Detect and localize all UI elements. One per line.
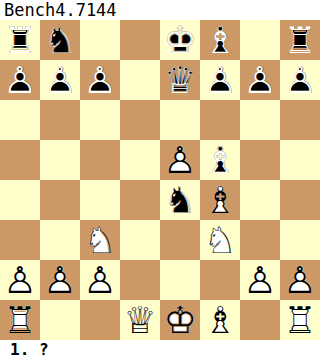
piece-white-pawn-icon: ♙	[40, 260, 80, 300]
piece-black-bishop-fill: ♝	[200, 20, 240, 60]
square-g7[interactable]: ♟♙	[240, 60, 280, 100]
square-h7[interactable]: ♟♙	[280, 60, 320, 100]
piece-black-bishop-fill: ♝	[200, 140, 240, 180]
square-d6[interactable]	[120, 100, 160, 140]
square-d5[interactable]	[120, 140, 160, 180]
piece-black-knight-fill: ♞	[40, 20, 80, 60]
piece-black-pawn-icon: ♙	[200, 60, 240, 100]
chess-board: ♜♖♞♘♚♔♝♗♜♖♟♙♟♙♟♙♛♕♟♙♟♙♟♙♟♙♝♗♞♘♝♗♞♘♞♘♟♙♟♙…	[0, 20, 320, 340]
square-f8[interactable]: ♝♗	[200, 20, 240, 60]
square-d8[interactable]	[120, 20, 160, 60]
square-e4[interactable]: ♞♘	[160, 180, 200, 220]
piece-white-pawn-fill: ♟	[80, 260, 120, 300]
square-a2[interactable]: ♟♙	[0, 260, 40, 300]
piece-black-bishop-icon: ♗	[200, 140, 240, 180]
square-f3[interactable]: ♞♘	[200, 220, 240, 260]
piece-black-pawn-fill: ♟	[40, 60, 80, 100]
piece-black-pawn-fill: ♟	[240, 60, 280, 100]
square-h1[interactable]: ♜♖	[280, 300, 320, 340]
piece-white-pawn-icon: ♙	[160, 140, 200, 180]
piece-white-queen-icon: ♕	[120, 300, 160, 340]
piece-black-pawn-icon: ♙	[40, 60, 80, 100]
square-d7[interactable]	[120, 60, 160, 100]
square-f4[interactable]: ♝♗	[200, 180, 240, 220]
piece-black-rook-fill: ♜	[0, 20, 40, 60]
piece-white-pawn-fill: ♟	[240, 260, 280, 300]
square-h8[interactable]: ♜♖	[280, 20, 320, 60]
square-h3[interactable]	[280, 220, 320, 260]
square-f2[interactable]	[200, 260, 240, 300]
square-a3[interactable]	[0, 220, 40, 260]
square-e7[interactable]: ♛♕	[160, 60, 200, 100]
piece-white-knight-fill: ♞	[80, 220, 120, 260]
piece-black-pawn-fill: ♟	[0, 60, 40, 100]
piece-black-king-icon: ♔	[160, 20, 200, 60]
square-c2[interactable]: ♟♙	[80, 260, 120, 300]
piece-white-bishop-icon: ♗	[200, 180, 240, 220]
piece-white-pawn-fill: ♟	[280, 260, 320, 300]
piece-black-rook-icon: ♖	[280, 20, 320, 60]
square-a5[interactable]	[0, 140, 40, 180]
square-d2[interactable]	[120, 260, 160, 300]
square-e3[interactable]	[160, 220, 200, 260]
square-c5[interactable]	[80, 140, 120, 180]
move-prompt: 1. ?	[0, 340, 320, 360]
square-a1[interactable]: ♜♖	[0, 300, 40, 340]
square-d3[interactable]	[120, 220, 160, 260]
piece-black-king-fill: ♚	[160, 20, 200, 60]
piece-white-pawn-icon: ♙	[0, 260, 40, 300]
square-c3[interactable]: ♞♘	[80, 220, 120, 260]
square-f1[interactable]: ♝♗	[200, 300, 240, 340]
square-a8[interactable]: ♜♖	[0, 20, 40, 60]
square-f5[interactable]: ♝♗	[200, 140, 240, 180]
square-a7[interactable]: ♟♙	[0, 60, 40, 100]
piece-black-knight-icon: ♘	[160, 180, 200, 220]
square-a6[interactable]	[0, 100, 40, 140]
piece-white-pawn-icon: ♙	[240, 260, 280, 300]
piece-white-bishop-icon: ♗	[200, 300, 240, 340]
square-e2[interactable]	[160, 260, 200, 300]
piece-white-pawn-icon: ♙	[80, 260, 120, 300]
square-h4[interactable]	[280, 180, 320, 220]
square-e6[interactable]	[160, 100, 200, 140]
square-g4[interactable]	[240, 180, 280, 220]
square-c8[interactable]	[80, 20, 120, 60]
piece-white-queen-fill: ♛	[120, 300, 160, 340]
piece-white-pawn-fill: ♟	[0, 260, 40, 300]
square-e1[interactable]: ♚♔	[160, 300, 200, 340]
square-b7[interactable]: ♟♙	[40, 60, 80, 100]
piece-white-king-fill: ♚	[160, 300, 200, 340]
square-f6[interactable]	[200, 100, 240, 140]
piece-white-bishop-fill: ♝	[200, 180, 240, 220]
square-g3[interactable]	[240, 220, 280, 260]
square-b6[interactable]	[40, 100, 80, 140]
square-b3[interactable]	[40, 220, 80, 260]
piece-black-knight-icon: ♘	[40, 20, 80, 60]
piece-black-rook-fill: ♜	[280, 20, 320, 60]
piece-black-pawn-icon: ♙	[0, 60, 40, 100]
piece-white-knight-fill: ♞	[200, 220, 240, 260]
piece-white-pawn-fill: ♟	[160, 140, 200, 180]
square-d4[interactable]	[120, 180, 160, 220]
square-h2[interactable]: ♟♙	[280, 260, 320, 300]
square-d1[interactable]: ♛♕	[120, 300, 160, 340]
piece-white-pawn-icon: ♙	[280, 260, 320, 300]
square-b5[interactable]	[40, 140, 80, 180]
piece-black-pawn-fill: ♟	[80, 60, 120, 100]
square-f7[interactable]: ♟♙	[200, 60, 240, 100]
square-g2[interactable]: ♟♙	[240, 260, 280, 300]
piece-white-pawn-fill: ♟	[40, 260, 80, 300]
piece-white-rook-fill: ♜	[280, 300, 320, 340]
square-b1[interactable]	[40, 300, 80, 340]
piece-black-pawn-icon: ♙	[240, 60, 280, 100]
square-a4[interactable]	[0, 180, 40, 220]
square-h6[interactable]	[280, 100, 320, 140]
piece-black-rook-icon: ♖	[0, 20, 40, 60]
piece-black-queen-icon: ♕	[160, 60, 200, 100]
piece-black-knight-fill: ♞	[160, 180, 200, 220]
piece-white-knight-icon: ♘	[200, 220, 240, 260]
piece-white-king-icon: ♔	[160, 300, 200, 340]
piece-black-pawn-fill: ♟	[200, 60, 240, 100]
piece-black-queen-fill: ♛	[160, 60, 200, 100]
square-b4[interactable]	[40, 180, 80, 220]
chess-app-window: Bench4.7144 ♜♖♞♘♚♔♝♗♜♖♟♙♟♙♟♙♛♕♟♙♟♙♟♙♟♙♝♗…	[0, 0, 320, 360]
piece-black-pawn-fill: ♟	[280, 60, 320, 100]
square-c6[interactable]	[80, 100, 120, 140]
window-title: Bench4.7144	[0, 0, 320, 20]
piece-white-bishop-fill: ♝	[200, 300, 240, 340]
piece-black-bishop-icon: ♗	[200, 20, 240, 60]
piece-white-knight-icon: ♘	[80, 220, 120, 260]
piece-black-pawn-icon: ♙	[80, 60, 120, 100]
piece-white-rook-icon: ♖	[280, 300, 320, 340]
piece-black-pawn-icon: ♙	[280, 60, 320, 100]
square-g1[interactable]	[240, 300, 280, 340]
square-b8[interactable]: ♞♘	[40, 20, 80, 60]
square-g5[interactable]	[240, 140, 280, 180]
square-h5[interactable]	[280, 140, 320, 180]
square-e8[interactable]: ♚♔	[160, 20, 200, 60]
square-g6[interactable]	[240, 100, 280, 140]
piece-white-rook-fill: ♜	[0, 300, 40, 340]
square-c7[interactable]: ♟♙	[80, 60, 120, 100]
square-c1[interactable]	[80, 300, 120, 340]
square-c4[interactable]	[80, 180, 120, 220]
square-g8[interactable]	[240, 20, 280, 60]
piece-white-rook-icon: ♖	[0, 300, 40, 340]
square-b2[interactable]: ♟♙	[40, 260, 80, 300]
square-e5[interactable]: ♟♙	[160, 140, 200, 180]
